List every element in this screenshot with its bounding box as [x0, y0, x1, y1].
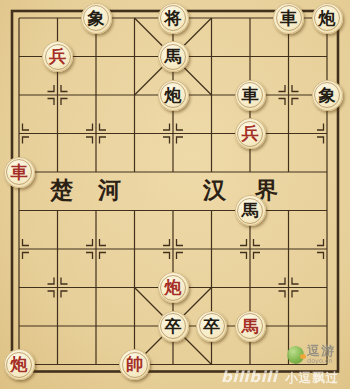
piece-black-horse[interactable]: 馬	[158, 41, 189, 72]
piece-red-horse[interactable]: 馬	[235, 311, 266, 342]
piece-black-elephant[interactable]: 象	[312, 80, 343, 111]
piece-black-cannon[interactable]: 炮	[312, 3, 343, 34]
xiangqi-board: 楚河 汉界 象将車炮兵馬炮車象兵車馬炮卒卒馬炮帥 逗游 doyo.cn bili…	[0, 0, 350, 389]
piece-black-soldier[interactable]: 卒	[158, 311, 189, 342]
bilibili-logo: bilibili	[221, 368, 277, 386]
piece-black-general[interactable]: 将	[158, 3, 189, 34]
doyo-brand-label: 逗游	[307, 344, 335, 357]
piece-red-soldier[interactable]: 兵	[42, 41, 73, 72]
doyo-bird-icon	[287, 346, 304, 364]
pieces-layer: 象将車炮兵馬炮車象兵車馬炮卒卒馬炮帥	[0, 0, 346, 384]
piece-black-elephant[interactable]: 象	[81, 3, 112, 34]
piece-red-soldier[interactable]: 兵	[235, 118, 266, 149]
piece-black-chariot[interactable]: 車	[235, 80, 266, 111]
piece-black-soldier[interactable]: 卒	[196, 311, 227, 342]
doyo-domain-label: doyo.cn	[307, 358, 335, 365]
doyo-watermark: 逗游 doyo.cn	[287, 344, 335, 365]
bilibili-uploader-text: 小逗飘过	[285, 370, 339, 387]
piece-red-cannon[interactable]: 炮	[4, 349, 35, 380]
piece-red-cannon[interactable]: 炮	[158, 272, 189, 303]
bilibili-watermark: bilibili 小逗飘过	[221, 368, 339, 387]
doyo-watermark-text: 逗游 doyo.cn	[307, 344, 335, 365]
piece-red-general[interactable]: 帥	[119, 349, 150, 380]
piece-black-cannon[interactable]: 炮	[158, 80, 189, 111]
piece-red-chariot[interactable]: 車	[4, 157, 35, 188]
piece-black-chariot[interactable]: 車	[273, 3, 304, 34]
piece-black-horse[interactable]: 馬	[235, 195, 266, 226]
